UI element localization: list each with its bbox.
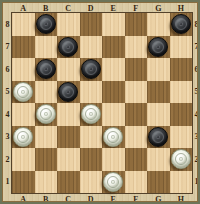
- file-label-h: H: [170, 3, 193, 13]
- square-d2[interactable]: [80, 148, 103, 171]
- square-h1[interactable]: [170, 171, 193, 194]
- square-f1[interactable]: [125, 171, 148, 194]
- square-g3[interactable]: ⛂: [147, 126, 170, 149]
- white-piece-d4[interactable]: ⛀: [81, 104, 101, 124]
- rank-label-5: 5: [192, 81, 200, 104]
- file-labels-top: ABCDEFGH: [12, 3, 192, 13]
- rank-labels-right: 87654321: [192, 13, 200, 193]
- square-a4[interactable]: [12, 103, 35, 126]
- file-label-d: D: [80, 3, 103, 13]
- square-e7[interactable]: [102, 36, 125, 59]
- square-f5[interactable]: [125, 81, 148, 104]
- square-b1[interactable]: [35, 171, 58, 194]
- rank-label-7: 7: [192, 36, 200, 59]
- square-h5[interactable]: [170, 81, 193, 104]
- file-label-e: E: [102, 194, 125, 204]
- square-a8[interactable]: [12, 13, 35, 36]
- square-e1[interactable]: ⛀: [102, 171, 125, 194]
- rank-label-3: 3: [3, 126, 12, 149]
- file-label-g: G: [147, 194, 170, 204]
- square-c6[interactable]: [57, 58, 80, 81]
- board: ⛂⛂⛂⛂⛂⛂⛀⛂⛀⛀⛀⛀⛂⛀⛀: [12, 13, 192, 193]
- square-h6[interactable]: [170, 58, 193, 81]
- black-piece-g7[interactable]: ⛂: [148, 37, 168, 57]
- white-piece-a5[interactable]: ⛀: [13, 82, 33, 102]
- square-d4[interactable]: ⛀: [80, 103, 103, 126]
- square-g7[interactable]: ⛂: [147, 36, 170, 59]
- square-f2[interactable]: [125, 148, 148, 171]
- square-g8[interactable]: [147, 13, 170, 36]
- square-g2[interactable]: [147, 148, 170, 171]
- file-label-e: E: [102, 3, 125, 13]
- square-b3[interactable]: [35, 126, 58, 149]
- square-h2[interactable]: ⛀: [170, 148, 193, 171]
- square-b2[interactable]: [35, 148, 58, 171]
- square-a6[interactable]: [12, 58, 35, 81]
- file-label-g: G: [147, 3, 170, 13]
- white-piece-e3[interactable]: ⛀: [103, 127, 123, 147]
- square-c7[interactable]: ⛂: [57, 36, 80, 59]
- file-label-c: C: [57, 3, 80, 13]
- checkers-board-window: ABCDEFGH 87654321 ⛂⛂⛂⛂⛂⛂⛀⛂⛀⛀⛀⛀⛂⛀⛀ 876543…: [0, 0, 200, 204]
- white-piece-h2[interactable]: ⛀: [171, 149, 191, 169]
- white-piece-a3[interactable]: ⛀: [13, 127, 33, 147]
- square-a5[interactable]: ⛀: [12, 81, 35, 104]
- black-piece-c7[interactable]: ⛂: [58, 37, 78, 57]
- rank-label-8: 8: [192, 13, 200, 36]
- black-piece-b8[interactable]: ⛂: [36, 14, 56, 34]
- square-f6[interactable]: [125, 58, 148, 81]
- white-piece-e1[interactable]: ⛀: [103, 172, 123, 192]
- square-e4[interactable]: [102, 103, 125, 126]
- square-d8[interactable]: [80, 13, 103, 36]
- square-a2[interactable]: [12, 148, 35, 171]
- white-piece-b4[interactable]: ⛀: [36, 104, 56, 124]
- file-label-h: H: [170, 194, 193, 204]
- black-piece-h8[interactable]: ⛂: [171, 14, 191, 34]
- square-c5[interactable]: ⛂: [57, 81, 80, 104]
- file-label-d: D: [80, 194, 103, 204]
- rank-label-6: 6: [192, 58, 200, 81]
- square-c4[interactable]: [57, 103, 80, 126]
- rank-label-1: 1: [192, 171, 200, 194]
- black-piece-c5[interactable]: ⛂: [58, 82, 78, 102]
- rank-label-7: 7: [3, 36, 12, 59]
- black-piece-b6[interactable]: ⛂: [36, 59, 56, 79]
- square-h7[interactable]: [170, 36, 193, 59]
- rank-label-2: 2: [192, 148, 200, 171]
- file-label-f: F: [125, 3, 148, 13]
- square-e2[interactable]: [102, 148, 125, 171]
- black-piece-d6[interactable]: ⛂: [81, 59, 101, 79]
- file-label-b: B: [35, 3, 58, 13]
- square-a7[interactable]: [12, 36, 35, 59]
- square-a3[interactable]: ⛀: [12, 126, 35, 149]
- rank-label-4: 4: [192, 103, 200, 126]
- rank-label-4: 4: [3, 103, 12, 126]
- square-a1[interactable]: [12, 171, 35, 194]
- rank-label-1: 1: [3, 171, 12, 194]
- square-f4[interactable]: [125, 103, 148, 126]
- square-b8[interactable]: ⛂: [35, 13, 58, 36]
- file-label-a: A: [12, 3, 35, 13]
- square-b6[interactable]: ⛂: [35, 58, 58, 81]
- square-g4[interactable]: [147, 103, 170, 126]
- square-g1[interactable]: [147, 171, 170, 194]
- square-c2[interactable]: [57, 148, 80, 171]
- square-e3[interactable]: ⛀: [102, 126, 125, 149]
- file-label-a: A: [12, 194, 35, 204]
- square-c3[interactable]: [57, 126, 80, 149]
- rank-label-8: 8: [3, 13, 12, 36]
- square-d7[interactable]: [80, 36, 103, 59]
- square-c8[interactable]: [57, 13, 80, 36]
- square-h4[interactable]: [170, 103, 193, 126]
- black-piece-g3[interactable]: ⛂: [148, 127, 168, 147]
- rank-label-5: 5: [3, 81, 12, 104]
- square-b5[interactable]: [35, 81, 58, 104]
- square-h8[interactable]: ⛂: [170, 13, 193, 36]
- file-label-c: C: [57, 194, 80, 204]
- square-e8[interactable]: [102, 13, 125, 36]
- square-d1[interactable]: [80, 171, 103, 194]
- rank-labels-left: 87654321: [3, 13, 12, 193]
- square-d5[interactable]: [80, 81, 103, 104]
- file-labels-bottom: ABCDEFGH: [12, 194, 192, 204]
- rank-label-6: 6: [3, 58, 12, 81]
- square-d6[interactable]: ⛂: [80, 58, 103, 81]
- square-b7[interactable]: [35, 36, 58, 59]
- rank-label-2: 2: [3, 148, 12, 171]
- rank-label-3: 3: [192, 126, 200, 149]
- square-d3[interactable]: [80, 126, 103, 149]
- square-e5[interactable]: [102, 81, 125, 104]
- file-label-b: B: [35, 194, 58, 204]
- square-c1[interactable]: [57, 171, 80, 194]
- square-b4[interactable]: ⛀: [35, 103, 58, 126]
- square-e6[interactable]: [102, 58, 125, 81]
- file-label-f: F: [125, 194, 148, 204]
- square-h3[interactable]: [170, 126, 193, 149]
- square-f7[interactable]: [125, 36, 148, 59]
- square-f3[interactable]: [125, 126, 148, 149]
- square-g5[interactable]: [147, 81, 170, 104]
- square-f8[interactable]: [125, 13, 148, 36]
- square-g6[interactable]: [147, 58, 170, 81]
